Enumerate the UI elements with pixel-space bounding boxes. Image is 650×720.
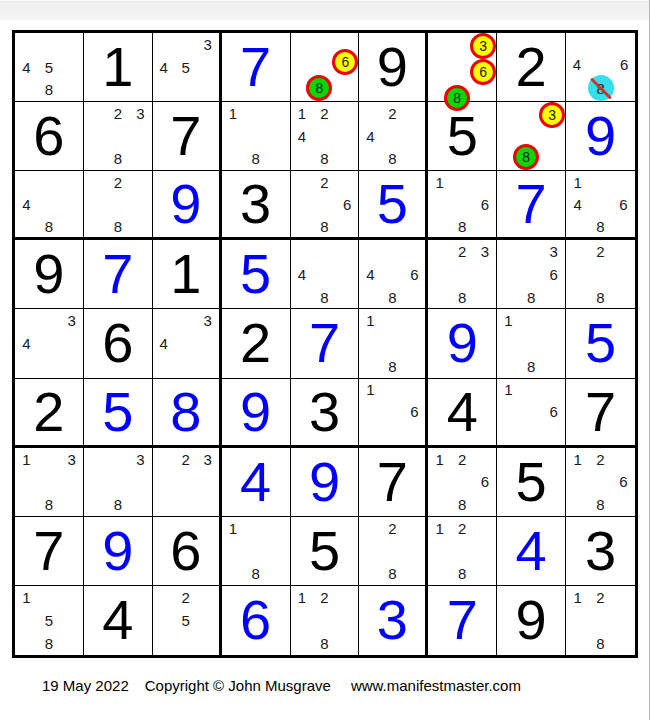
cell-r2c1[interactable]: 6 [15, 102, 84, 171]
given-digit: 2 [240, 315, 271, 371]
pencil-marks: 28 [84, 171, 152, 237]
candidate-digit: 2 [451, 448, 474, 471]
given-digit: 7 [33, 523, 64, 579]
cell-r3c5[interactable]: 268 [291, 171, 360, 240]
given-digit: 3 [309, 384, 340, 440]
cell-r8c8[interactable]: 4 [497, 517, 566, 586]
cell-r2c4[interactable]: 18 [222, 102, 291, 171]
cell-r8c6[interactable]: 28 [359, 517, 428, 586]
candidate-digit: 2 [381, 517, 403, 540]
given-digit: 2 [516, 39, 547, 95]
cell-r5c5[interactable]: 7 [291, 309, 360, 378]
pencil-marks: 168 [428, 171, 496, 237]
cell-r2c2[interactable]: 238 [84, 102, 153, 171]
candidate-digit: 3 [474, 240, 497, 263]
cell-r4c2[interactable]: 7 [84, 240, 153, 309]
solved-digit: 9 [102, 523, 133, 579]
cell-r5c1[interactable]: 34 [15, 309, 84, 378]
pencil-marks: 16 [497, 379, 565, 445]
solved-digit: 9 [585, 108, 616, 164]
candidate-digit: 1 [15, 448, 38, 471]
footer-credits: 19 May 2022 Copyright © John Musgrave ww… [42, 677, 521, 694]
candidate-digit: 6 [612, 193, 635, 215]
cell-r3c7[interactable]: 168 [428, 171, 497, 240]
candidate-digit: 8 [451, 493, 474, 516]
candidate-digit: 8 [451, 562, 474, 585]
cell-r8c9[interactable]: 3 [566, 517, 635, 586]
candidate-digit: 8 [107, 148, 130, 171]
solved-digit: 8 [170, 384, 201, 440]
cell-r7c8[interactable]: 5 [497, 448, 566, 517]
cell-r5c6[interactable]: 18 [359, 309, 428, 378]
candidate-highlight-yellow-circle: 6 [470, 59, 496, 85]
given-digit: 4 [102, 592, 133, 648]
pencil-marks: 1248 [291, 102, 359, 170]
candidate-digit: 8 [381, 355, 403, 378]
candidate-digit: 1 [566, 448, 589, 471]
cell-r3c8[interactable]: 7 [497, 171, 566, 240]
cell-r9c2[interactable]: 4 [84, 586, 153, 655]
candidate-digit: 8 [313, 632, 336, 655]
candidate-digit: 8 [520, 355, 543, 378]
solved-digit: 9 [170, 176, 201, 232]
pencil-marks: 1468 [566, 171, 635, 237]
given-digit: 9 [33, 246, 64, 302]
candidate-digit: 1 [15, 586, 38, 609]
pencil-marks: 468 [359, 240, 425, 308]
solved-digit: 5 [377, 176, 408, 232]
candidate-digit: 8 [589, 286, 612, 309]
given-digit: 5 [447, 108, 478, 164]
cell-r9c3[interactable]: 25 [153, 586, 222, 655]
pencil-marks: 23 [153, 448, 219, 516]
candidate-digit: 1 [222, 102, 245, 125]
given-digit: 5 [309, 523, 340, 579]
given-digit: 7 [170, 108, 201, 164]
candidate-digit: 2 [589, 240, 612, 263]
pencil-marks: 28 [359, 517, 425, 585]
candidate-digit: 6 [542, 401, 565, 423]
candidate-highlight-green-circle: 8 [306, 75, 332, 101]
candidate-digit: 8 [38, 215, 61, 237]
cell-r5c2[interactable]: 6 [84, 309, 153, 378]
candidate-digit: 3 [60, 309, 83, 332]
cell-r1c7[interactable]: 368 [428, 33, 497, 102]
solved-digit: 7 [447, 592, 478, 648]
candidate-digit: 8 [381, 286, 403, 309]
candidate-digit: 4 [153, 332, 175, 355]
candidate-digit: 1 [497, 379, 520, 401]
cell-r7c1[interactable]: 138 [15, 448, 84, 517]
cell-r7c9[interactable]: 1268 [566, 448, 635, 517]
candidate-digit: 3 [542, 240, 565, 263]
solved-digit: 4 [240, 454, 271, 510]
candidate-digit: 3 [129, 448, 152, 471]
candidate-digit: 3 [197, 33, 219, 56]
cell-r5c3[interactable]: 34 [153, 309, 222, 378]
candidate-digit: 8 [313, 215, 336, 237]
red-strikethrough [590, 78, 612, 100]
given-digit: 9 [377, 39, 408, 95]
solved-digit: 7 [102, 246, 133, 302]
candidate-digit: 1 [428, 517, 451, 540]
cell-r3c6[interactable]: 5 [359, 171, 428, 240]
pencil-marks: 28 [566, 240, 635, 308]
pencil-marks: 128 [291, 586, 359, 655]
cell-r4c3[interactable]: 1 [153, 240, 222, 309]
candidate-digit: 4 [15, 56, 38, 79]
cell-r4c7[interactable]: 238 [428, 240, 497, 309]
cell-r3c2[interactable]: 28 [84, 171, 153, 240]
pencil-marks: 248 [359, 102, 425, 170]
candidate-digit: 8 [589, 632, 612, 655]
candidate-digit: 6 [474, 193, 497, 215]
candidate-digit: 8 [244, 148, 267, 171]
cell-r8c1[interactable]: 7 [15, 517, 84, 586]
cell-r6c8[interactable]: 16 [497, 379, 566, 448]
pencil-marks: 38 [497, 102, 565, 170]
solved-digit: 7 [516, 176, 547, 232]
pencil-marks: 158 [15, 586, 83, 655]
cell-r9c6[interactable]: 3 [359, 586, 428, 655]
cell-r8c4[interactable]: 18 [222, 517, 291, 586]
pencil-marks: 458 [15, 33, 83, 101]
candidate-highlight-green-circle: 8 [513, 144, 539, 170]
cell-r8c2[interactable]: 9 [84, 517, 153, 586]
pencil-marks: 18 [222, 517, 290, 585]
candidate-digit: 1 [359, 309, 381, 332]
cell-r6c3[interactable]: 8 [153, 379, 222, 448]
candidate-digit: 8 [520, 286, 543, 309]
candidate-digit: 2 [175, 448, 197, 471]
candidate-digit: 8 [313, 286, 336, 309]
pencil-marks: 18 [497, 309, 565, 377]
cell-r2c7[interactable]: 5 [428, 102, 497, 171]
candidate-digit: 1 [566, 586, 589, 609]
given-digit: 3 [240, 176, 271, 232]
candidate-digit: 6 [336, 193, 359, 215]
solved-digit: 5 [585, 315, 616, 371]
pencil-marks: 18 [359, 309, 425, 377]
solved-digit: 4 [516, 523, 547, 579]
footer-date: 19 May 2022 [42, 677, 129, 694]
pencil-marks: 128 [566, 586, 635, 655]
cell-r7c6[interactable]: 7 [359, 448, 428, 517]
candidate-digit: 8 [107, 215, 130, 237]
candidate-digit: 4 [566, 54, 587, 75]
solved-digit: 5 [102, 384, 133, 440]
candidate-digit: 6 [614, 54, 635, 75]
candidate-digit: 8 [107, 493, 130, 516]
cell-r3c9[interactable]: 1468 [566, 171, 635, 240]
candidate-digit: 4 [359, 263, 381, 286]
candidate-digit: 8 [451, 215, 474, 237]
pencil-marks: 25 [153, 586, 219, 655]
cell-r8c7[interactable]: 128 [428, 517, 497, 586]
cell-r3c3[interactable]: 9 [153, 171, 222, 240]
cell-r6c2[interactable]: 5 [84, 379, 153, 448]
cell-r1c4[interactable]: 7 [222, 33, 291, 102]
pencil-marks: 1268 [428, 448, 496, 516]
candidate-digit: 5 [38, 609, 61, 632]
candidate-digit: 8 [38, 632, 61, 655]
solved-digit: 7 [240, 39, 271, 95]
window-top-strip [0, 0, 650, 20]
cell-r3c4[interactable]: 3 [222, 171, 291, 240]
candidate-digit: 4 [291, 263, 314, 286]
given-digit: 1 [102, 39, 133, 95]
pencil-marks: 38 [84, 448, 152, 516]
cell-r4c9[interactable]: 28 [566, 240, 635, 309]
candidate-digit: 2 [107, 102, 130, 125]
given-digit: 3 [585, 523, 616, 579]
solved-digit: 9 [309, 454, 340, 510]
cell-r7c4[interactable]: 4 [222, 448, 291, 517]
cell-r5c7[interactable]: 9 [428, 309, 497, 378]
pencil-marks: 238 [84, 102, 152, 170]
candidate-digit: 1 [291, 586, 314, 609]
cell-r1c9[interactable]: 468 [566, 33, 635, 102]
candidate-digit: 4 [15, 193, 38, 215]
pencil-marks: 368 [428, 33, 496, 101]
cell-r8c5[interactable]: 5 [291, 517, 360, 586]
cell-r9c9[interactable]: 128 [566, 586, 635, 655]
cell-r7c2[interactable]: 38 [84, 448, 153, 517]
candidate-digit: 2 [451, 240, 474, 263]
given-digit: 5 [516, 454, 547, 510]
given-digit: 7 [585, 384, 616, 440]
cell-r4c8[interactable]: 368 [497, 240, 566, 309]
candidate-digit: 8 [38, 78, 61, 101]
given-digit: 7 [377, 454, 408, 510]
cell-r1c2[interactable]: 1 [84, 33, 153, 102]
pencil-marks: 345 [153, 33, 219, 101]
cell-r1c1[interactable]: 458 [15, 33, 84, 102]
candidate-digit: 1 [359, 379, 381, 401]
given-digit: 2 [33, 384, 64, 440]
candidate-digit: 1 [497, 309, 520, 332]
candidate-digit: 8 [38, 493, 61, 516]
pencil-marks: 368 [497, 240, 565, 308]
candidate-digit: 4 [566, 193, 589, 215]
candidate-digit: 4 [153, 56, 175, 79]
given-digit: 6 [170, 523, 201, 579]
cell-r6c5[interactable]: 3 [291, 379, 360, 448]
candidate-digit: 2 [175, 586, 197, 609]
cell-r9c5[interactable]: 128 [291, 586, 360, 655]
candidate-digit: 6 [403, 263, 425, 286]
cell-r7c3[interactable]: 23 [153, 448, 222, 517]
cell-r2c3[interactable]: 7 [153, 102, 222, 171]
solved-digit: 7 [309, 315, 340, 371]
candidate-digit: 2 [589, 586, 612, 609]
pencil-marks: 48 [291, 240, 359, 308]
cell-r9c7[interactable]: 7 [428, 586, 497, 655]
solved-digit: 9 [240, 384, 271, 440]
candidate-digit: 6 [403, 401, 425, 423]
solved-digit: 6 [240, 592, 271, 648]
cell-r8c3[interactable]: 6 [153, 517, 222, 586]
candidate-digit: 8 [381, 562, 403, 585]
pencil-marks: 34 [15, 309, 83, 377]
candidate-eliminated-cyan-disc: 8 [588, 75, 614, 101]
cell-r4c5[interactable]: 48 [291, 240, 360, 309]
footer-copyright: Copyright © John Musgrave [145, 677, 331, 694]
pencil-marks: 238 [428, 240, 496, 308]
candidate-digit: 6 [612, 470, 635, 493]
cell-r6c7[interactable]: 4 [428, 379, 497, 448]
candidate-digit: 3 [197, 448, 219, 471]
candidate-highlight-yellow-circle: 3 [539, 102, 565, 128]
solved-digit: 5 [240, 246, 271, 302]
candidate-digit: 1 [291, 102, 314, 125]
candidate-highlight-yellow-circle: 6 [332, 49, 358, 75]
cell-r5c4[interactable]: 2 [222, 309, 291, 378]
cell-r4c6[interactable]: 468 [359, 240, 428, 309]
footer-url: www.manifestmaster.com [351, 677, 521, 694]
cell-r3c1[interactable]: 48 [15, 171, 84, 240]
candidate-digit: 2 [313, 102, 336, 125]
candidate-digit: 1 [428, 171, 451, 193]
cell-r4c4[interactable]: 5 [222, 240, 291, 309]
cell-r2c8[interactable]: 38 [497, 102, 566, 171]
cell-r1c3[interactable]: 345 [153, 33, 222, 102]
given-digit: 6 [33, 108, 64, 164]
candidate-digit: 1 [566, 171, 589, 193]
pencil-marks: 468 [566, 33, 635, 101]
pencil-marks: 128 [428, 517, 496, 585]
cell-r7c5[interactable]: 9 [291, 448, 360, 517]
candidate-digit: 2 [589, 448, 612, 471]
solved-digit: 3 [377, 592, 408, 648]
cell-r9c4[interactable]: 6 [222, 586, 291, 655]
pencil-marks: 138 [15, 448, 83, 516]
pencil-marks: 16 [359, 379, 425, 445]
candidate-digit: 6 [474, 470, 497, 493]
candidate-digit: 8 [589, 215, 612, 237]
cell-r1c8[interactable]: 2 [497, 33, 566, 102]
candidate-digit: 2 [451, 517, 474, 540]
given-digit: 9 [516, 592, 547, 648]
pencil-marks: 68 [291, 33, 359, 101]
cell-r5c8[interactable]: 18 [497, 309, 566, 378]
candidate-digit: 2 [313, 586, 336, 609]
candidate-digit: 8 [451, 286, 474, 309]
cell-r5c9[interactable]: 5 [566, 309, 635, 378]
pencil-marks: 48 [15, 171, 83, 237]
candidate-digit: 8 [381, 148, 403, 171]
candidate-digit: 3 [197, 309, 219, 332]
cell-r6c1[interactable]: 2 [15, 379, 84, 448]
given-digit: 4 [447, 384, 478, 440]
cell-r7c7[interactable]: 1268 [428, 448, 497, 517]
cell-r1c5[interactable]: 68 [291, 33, 360, 102]
cell-r9c8[interactable]: 9 [497, 586, 566, 655]
cell-r6c4[interactable]: 9 [222, 379, 291, 448]
pencil-marks: 1268 [566, 448, 635, 516]
cell-r9c1[interactable]: 158 [15, 586, 84, 655]
pencil-marks: 268 [291, 171, 359, 237]
candidate-digit: 2 [313, 171, 336, 193]
cell-r2c9[interactable]: 9 [566, 102, 635, 171]
candidate-digit: 8 [244, 562, 267, 585]
given-digit: 6 [102, 315, 133, 371]
cell-r6c6[interactable]: 16 [359, 379, 428, 448]
candidate-digit: 2 [381, 102, 403, 125]
pencil-marks: 34 [153, 309, 219, 377]
candidate-digit: 2 [107, 171, 130, 193]
candidate-digit: 5 [175, 609, 197, 632]
candidate-digit: 5 [38, 56, 61, 79]
candidate-digit: 6 [542, 263, 565, 286]
candidate-digit: 3 [129, 102, 152, 125]
candidate-highlight-yellow-circle: 3 [470, 33, 496, 59]
pencil-marks: 18 [222, 102, 290, 170]
candidate-digit: 4 [15, 332, 38, 355]
cell-r4c1[interactable]: 9 [15, 240, 84, 309]
cell-r1c6[interactable]: 9 [359, 33, 428, 102]
sudoku-grid: 4581345768936824686238718124824853894828… [12, 30, 638, 658]
candidate-digit: 1 [428, 448, 451, 471]
candidate-digit: 4 [291, 125, 314, 148]
candidate-digit: 5 [175, 56, 197, 79]
candidate-digit: 8 [313, 148, 336, 171]
candidate-digit: 8 [589, 493, 612, 516]
solved-digit: 9 [447, 315, 478, 371]
cell-r2c6[interactable]: 248 [359, 102, 428, 171]
cell-r6c9[interactable]: 7 [566, 379, 635, 448]
given-digit: 1 [170, 246, 201, 302]
cell-r2c5[interactable]: 1248 [291, 102, 360, 171]
candidate-digit: 4 [359, 125, 381, 148]
candidate-digit: 3 [60, 448, 83, 471]
candidate-digit: 1 [222, 517, 245, 540]
